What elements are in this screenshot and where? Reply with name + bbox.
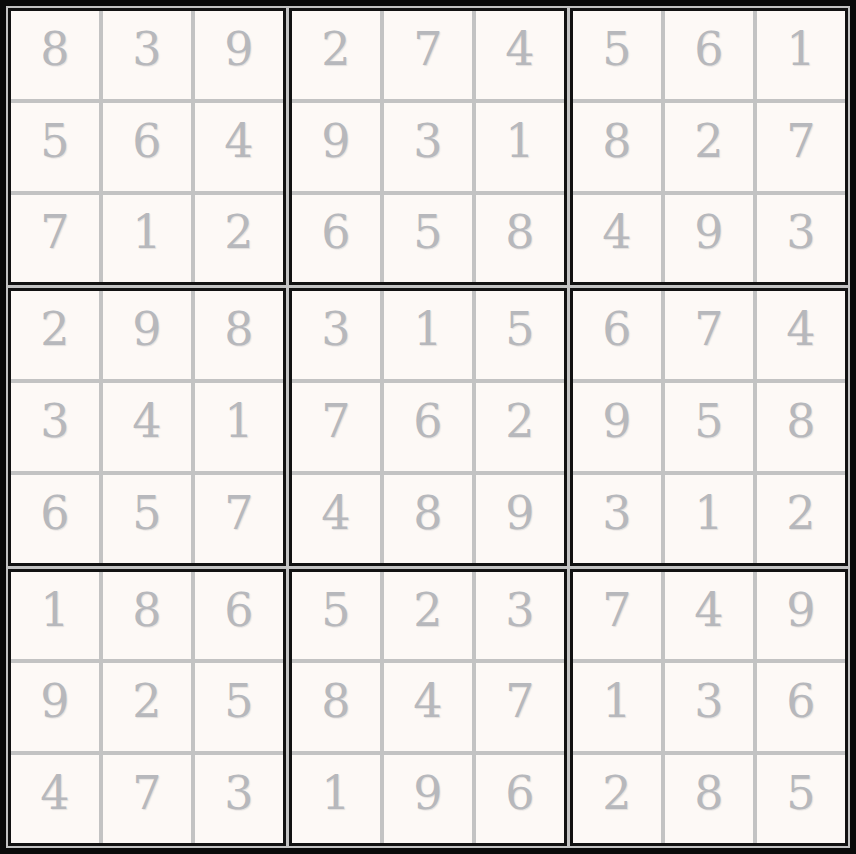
cell-r6c6[interactable]: 9: [476, 475, 564, 563]
cell-r7c4[interactable]: 5: [292, 572, 380, 660]
box-3-1: 186925473: [8, 569, 286, 846]
cell-r9c1[interactable]: 4: [11, 755, 99, 843]
cell-r5c2[interactable]: 4: [103, 383, 191, 471]
cell-r8c7[interactable]: 1: [573, 663, 661, 751]
cell-r7c8[interactable]: 4: [665, 572, 753, 660]
cell-r3c2[interactable]: 1: [103, 195, 191, 283]
cell-r5c6[interactable]: 2: [476, 383, 564, 471]
box-1-2: 274931658: [289, 8, 567, 285]
cell-r6c8[interactable]: 1: [665, 475, 753, 563]
cell-r4c5[interactable]: 1: [384, 291, 472, 379]
cell-r4c9[interactable]: 4: [757, 291, 845, 379]
cell-r2c2[interactable]: 6: [103, 103, 191, 191]
cell-r3c3[interactable]: 2: [195, 195, 283, 283]
cell-r2c5[interactable]: 3: [384, 103, 472, 191]
cell-r6c9[interactable]: 2: [757, 475, 845, 563]
cell-r4c3[interactable]: 8: [195, 291, 283, 379]
cell-r4c8[interactable]: 7: [665, 291, 753, 379]
cell-r2c8[interactable]: 2: [665, 103, 753, 191]
cell-r1c2[interactable]: 3: [103, 11, 191, 99]
box-1-1: 839564712: [8, 8, 286, 285]
cell-r5c5[interactable]: 6: [384, 383, 472, 471]
cell-r6c5[interactable]: 8: [384, 475, 472, 563]
cell-r8c5[interactable]: 4: [384, 663, 472, 751]
cell-r9c5[interactable]: 9: [384, 755, 472, 843]
cell-r7c6[interactable]: 3: [476, 572, 564, 660]
cell-r6c1[interactable]: 6: [11, 475, 99, 563]
cell-r1c8[interactable]: 6: [665, 11, 753, 99]
cell-r7c1[interactable]: 1: [11, 572, 99, 660]
cell-r1c1[interactable]: 8: [11, 11, 99, 99]
cell-r9c6[interactable]: 6: [476, 755, 564, 843]
cell-r3c7[interactable]: 4: [573, 195, 661, 283]
cell-r5c8[interactable]: 5: [665, 383, 753, 471]
box-2-3: 674958312: [570, 288, 848, 565]
cell-r1c3[interactable]: 9: [195, 11, 283, 99]
cell-r2c1[interactable]: 5: [11, 103, 99, 191]
cell-r5c9[interactable]: 8: [757, 383, 845, 471]
cell-r9c7[interactable]: 2: [573, 755, 661, 843]
cell-r1c7[interactable]: 5: [573, 11, 661, 99]
cell-r4c4[interactable]: 3: [292, 291, 380, 379]
cell-r1c4[interactable]: 2: [292, 11, 380, 99]
cell-r5c1[interactable]: 3: [11, 383, 99, 471]
box-1-3: 561827493: [570, 8, 848, 285]
cell-r2c7[interactable]: 8: [573, 103, 661, 191]
cell-r3c6[interactable]: 8: [476, 195, 564, 283]
box-3-3: 749136285: [570, 569, 848, 846]
cell-r7c7[interactable]: 7: [573, 572, 661, 660]
cell-r2c3[interactable]: 4: [195, 103, 283, 191]
cell-r8c4[interactable]: 8: [292, 663, 380, 751]
cell-r3c4[interactable]: 6: [292, 195, 380, 283]
cell-r3c9[interactable]: 3: [757, 195, 845, 283]
cell-r5c3[interactable]: 1: [195, 383, 283, 471]
cell-r5c7[interactable]: 9: [573, 383, 661, 471]
cell-r9c3[interactable]: 3: [195, 755, 283, 843]
cell-r6c3[interactable]: 7: [195, 475, 283, 563]
cell-r8c8[interactable]: 3: [665, 663, 753, 751]
cell-r6c2[interactable]: 5: [103, 475, 191, 563]
cell-r8c9[interactable]: 6: [757, 663, 845, 751]
cell-r3c5[interactable]: 5: [384, 195, 472, 283]
box-2-2: 315762489: [289, 288, 567, 565]
cell-r7c9[interactable]: 9: [757, 572, 845, 660]
cell-r8c3[interactable]: 5: [195, 663, 283, 751]
cell-r5c4[interactable]: 7: [292, 383, 380, 471]
cell-r9c2[interactable]: 7: [103, 755, 191, 843]
sudoku-board: 8395647122749316585618274932983416573157…: [0, 0, 856, 854]
cell-r2c4[interactable]: 9: [292, 103, 380, 191]
cell-r4c6[interactable]: 5: [476, 291, 564, 379]
cell-r2c6[interactable]: 1: [476, 103, 564, 191]
cell-r8c6[interactable]: 7: [476, 663, 564, 751]
cell-r1c9[interactable]: 1: [757, 11, 845, 99]
cell-r4c7[interactable]: 6: [573, 291, 661, 379]
cell-r8c1[interactable]: 9: [11, 663, 99, 751]
cell-r9c4[interactable]: 1: [292, 755, 380, 843]
cell-r3c1[interactable]: 7: [11, 195, 99, 283]
cell-r4c2[interactable]: 9: [103, 291, 191, 379]
cell-r8c2[interactable]: 2: [103, 663, 191, 751]
cell-r9c9[interactable]: 5: [757, 755, 845, 843]
cell-r7c3[interactable]: 6: [195, 572, 283, 660]
cell-r7c5[interactable]: 2: [384, 572, 472, 660]
cell-r6c4[interactable]: 4: [292, 475, 380, 563]
cell-r3c8[interactable]: 9: [665, 195, 753, 283]
cell-r6c7[interactable]: 3: [573, 475, 661, 563]
cell-r4c1[interactable]: 2: [11, 291, 99, 379]
cell-r1c6[interactable]: 4: [476, 11, 564, 99]
cell-r9c8[interactable]: 8: [665, 755, 753, 843]
cell-r7c2[interactable]: 8: [103, 572, 191, 660]
cell-r1c5[interactable]: 7: [384, 11, 472, 99]
box-2-1: 298341657: [8, 288, 286, 565]
box-3-2: 523847196: [289, 569, 567, 846]
cell-r2c9[interactable]: 7: [757, 103, 845, 191]
